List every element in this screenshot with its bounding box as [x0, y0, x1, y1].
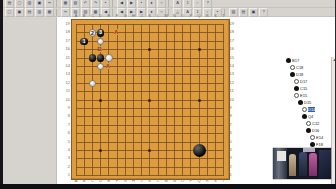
- photo-figure-2: [299, 152, 307, 176]
- black-stone-icon: [286, 58, 291, 63]
- stone-white-E15[interactable]: [105, 54, 113, 62]
- stone-black-C15[interactable]: [89, 54, 97, 62]
- coord-right-3: 3: [230, 156, 239, 160]
- coord-right-13: 13: [230, 72, 239, 76]
- coord-bottom-C: C: [90, 179, 95, 183]
- photo-overlay: [273, 148, 331, 179]
- grid-vline: [223, 24, 224, 176]
- black-stone-icon: [294, 86, 299, 91]
- toolbar-button-5[interactable]: ✂: [61, 8, 70, 17]
- toolbar-button-23[interactable]: ?: [259, 8, 268, 17]
- coord-bottom-A: A: [74, 179, 79, 183]
- coord-top-R: R: [205, 14, 210, 18]
- tree-node-label: E14: [316, 135, 323, 140]
- coord-left-10: 10: [61, 98, 70, 102]
- coord-right-1: 1: [230, 173, 239, 177]
- grid-vline: [158, 24, 159, 176]
- tree-node-label: E15: [300, 93, 307, 98]
- stone-black-D18[interactable]: 3: [97, 29, 105, 37]
- toolbar-separator: [56, 9, 59, 16]
- coord-right-19: 19: [230, 22, 239, 26]
- coord-top-E: E: [106, 14, 111, 18]
- black-stone-icon: [298, 100, 303, 105]
- coord-bottom-F: F: [115, 179, 120, 183]
- coord-top-S: S: [213, 14, 218, 18]
- grid-hline: [76, 116, 225, 117]
- tree-node-C12[interactable]: C12: [284, 120, 336, 127]
- tree-node-D14[interactable]: D14: [284, 106, 336, 113]
- coord-top-D: D: [98, 14, 103, 18]
- tree-node-C18[interactable]: C18: [284, 64, 336, 71]
- coord-bottom-G: G: [123, 179, 128, 183]
- tree-node-B17[interactable]: B17: [284, 57, 336, 64]
- photo-light-patch: [277, 151, 286, 161]
- coord-bottom-P: P: [188, 179, 193, 183]
- coord-left-14: 14: [61, 64, 70, 68]
- coord-bottom-O: O: [180, 179, 185, 183]
- tree-node-E14[interactable]: E14: [284, 134, 336, 141]
- toolbar-button-2[interactable]: ▤: [25, 8, 34, 17]
- comment-box[interactable]: [284, 17, 336, 58]
- toolbar-separator: [56, 0, 59, 7]
- coord-right-12: 12: [230, 81, 239, 85]
- coord-top-G: G: [123, 14, 128, 18]
- toolbar-button-1[interactable]: ▣: [15, 8, 24, 17]
- stone-black-Q4[interactable]: [193, 144, 206, 157]
- go-editor-window: ▤▢▥▣✂▦▧↶↷▪◀▶▪●○A1▫? ▢▣▤▥▦✂▧▨▩◀◀▶▶●○◬A1▫▪…: [0, 0, 336, 189]
- coord-bottom-D: D: [98, 179, 103, 183]
- black-stone-icon: [302, 114, 307, 119]
- coord-right-9: 9: [230, 106, 239, 110]
- black-stone-icon: [290, 72, 295, 77]
- star-point: [198, 99, 201, 102]
- coord-right-17: 17: [230, 39, 239, 43]
- tree-node-label: D15: [304, 100, 311, 105]
- coord-top-M: M: [164, 14, 169, 18]
- toolbar-button-0[interactable]: ▢: [5, 8, 14, 17]
- coord-bottom-K: K: [147, 179, 152, 183]
- grid-vline: [190, 24, 191, 176]
- coord-top-H: H: [131, 14, 136, 18]
- coord-left-2: 2: [61, 165, 70, 169]
- stone-white-C18[interactable]: 2: [89, 29, 97, 37]
- tree-node-C15[interactable]: C15: [284, 85, 336, 92]
- coord-left-4: 4: [61, 148, 70, 152]
- tree-node-label: Q4: [308, 114, 313, 119]
- coord-right-10: 10: [230, 98, 239, 102]
- tree-node-label: D18: [296, 72, 303, 77]
- grid-hline: [76, 108, 225, 109]
- coord-left-17: 17: [61, 39, 70, 43]
- coord-left-6: 6: [61, 131, 70, 135]
- toolbar-row-2: ▢▣▤▥▦✂▧▨▩◀◀▶▶●○◬A1▫▪▧▤▣?: [3, 8, 336, 17]
- coord-right-11: 11: [230, 89, 239, 93]
- coord-right-7: 7: [230, 123, 239, 127]
- tree-node-label: D14: [308, 107, 315, 112]
- black-stone-icon: [306, 128, 311, 133]
- coord-top-P: P: [188, 14, 193, 18]
- photo-right-shadow: [319, 150, 331, 179]
- tree-node-D18[interactable]: D18: [284, 71, 336, 78]
- black-stone-icon: [310, 142, 315, 147]
- toolbar-button-21[interactable]: ▤: [239, 8, 248, 17]
- grid-vline: [215, 24, 216, 176]
- tree-node-D17[interactable]: D17: [284, 78, 336, 85]
- photo-caption-strip: [303, 148, 315, 152]
- coord-top-F: F: [115, 14, 120, 18]
- coord-bottom-J: J: [139, 179, 144, 183]
- white-stone-icon: [302, 107, 307, 112]
- coord-right-2: 2: [230, 165, 239, 169]
- coord-left-16: 16: [61, 47, 70, 51]
- coord-top-N: N: [172, 14, 177, 18]
- grid-vline: [174, 24, 175, 176]
- tree-node-E15[interactable]: E15: [284, 92, 336, 99]
- toolbar-button-3[interactable]: ▥: [35, 8, 44, 17]
- grid-hline: [76, 133, 225, 134]
- coord-right-6: 6: [230, 131, 239, 135]
- coord-left-12: 12: [61, 81, 70, 85]
- coord-bottom-R: R: [205, 179, 210, 183]
- coord-bottom-M: M: [164, 179, 169, 183]
- star-point: [148, 99, 151, 102]
- photo-figure-1: [289, 154, 296, 176]
- tree-node-Q4[interactable]: Q4: [284, 113, 336, 120]
- grid-vline: [166, 24, 167, 176]
- star-point: [99, 99, 102, 102]
- white-stone-icon: [306, 121, 311, 126]
- coord-top-A: A: [74, 14, 79, 18]
- grid-vline: [182, 24, 183, 176]
- coord-bottom-B: B: [82, 179, 87, 183]
- coord-left-1: 1: [61, 173, 70, 177]
- coord-left-5: 5: [61, 140, 70, 144]
- coord-left-13: 13: [61, 72, 70, 76]
- tree-node-label: C18: [296, 65, 303, 70]
- tree-node-label: D17: [300, 79, 307, 84]
- coord-right-14: 14: [230, 64, 239, 68]
- white-stone-icon: [310, 135, 315, 140]
- frame-edge-left: [0, 0, 3, 189]
- coord-top-L: L: [156, 14, 161, 18]
- coord-top-K: K: [147, 14, 152, 18]
- grid-hline: [76, 167, 225, 168]
- toolbar-separator: [112, 0, 115, 7]
- tree-node-label: D16: [312, 128, 319, 133]
- tree-node-D15[interactable]: D15: [284, 99, 336, 106]
- grid-hline: [76, 158, 225, 159]
- white-stone-icon: [294, 93, 299, 98]
- coord-bottom-L: L: [156, 179, 161, 183]
- coord-right-15: 15: [230, 56, 239, 60]
- coord-left-8: 8: [61, 114, 70, 118]
- photo-figure-3: [309, 153, 317, 176]
- coord-left-19: 19: [61, 22, 70, 26]
- coord-bottom-N: N: [172, 179, 177, 183]
- coord-left-7: 7: [61, 123, 70, 127]
- coord-top-Q: Q: [197, 14, 202, 18]
- white-stone-icon: [290, 65, 295, 70]
- tree-node-label: B17: [292, 58, 299, 63]
- coord-top-C: C: [90, 14, 95, 18]
- coord-right-4: 4: [230, 148, 239, 152]
- tree-node-label: C12: [312, 121, 319, 126]
- stone-black-B17[interactable]: 1: [80, 38, 88, 46]
- coord-top-B: B: [82, 14, 87, 18]
- coord-left-18: 18: [61, 30, 70, 34]
- coord-left-11: 11: [61, 89, 70, 93]
- coord-bottom-S: S: [213, 179, 218, 183]
- toolbar-button-22[interactable]: ▣: [249, 8, 258, 17]
- toolbar-separator: [168, 0, 171, 7]
- coord-left-3: 3: [61, 156, 70, 160]
- coord-right-16: 16: [230, 47, 239, 51]
- coord-top-T: T: [221, 14, 226, 18]
- frame-edge-bottom: [0, 184, 336, 189]
- coord-right-5: 5: [230, 140, 239, 144]
- grid-hline: [76, 142, 225, 143]
- grid-hline: [76, 125, 225, 126]
- coord-right-18: 18: [230, 30, 239, 34]
- tree-node-label: C15: [300, 86, 307, 91]
- coord-top-O: O: [180, 14, 185, 18]
- toolbar-button-4[interactable]: ▦: [45, 8, 54, 17]
- coord-bottom-H: H: [131, 179, 136, 183]
- board-mark-B-D16[interactable]: B: [98, 46, 102, 52]
- coord-right-8: 8: [230, 114, 239, 118]
- tree-node-D16[interactable]: D16: [284, 127, 336, 134]
- tree-node-F18[interactable]: F18: [284, 141, 336, 148]
- coord-left-9: 9: [61, 106, 70, 110]
- toolbar-button-20[interactable]: ▧: [229, 8, 238, 17]
- grid-vline: [207, 24, 208, 176]
- coord-top-J: J: [139, 14, 144, 18]
- tree-node-label: F18: [316, 142, 323, 147]
- coord-left-15: 15: [61, 56, 70, 60]
- coord-bottom-E: E: [106, 179, 111, 183]
- board-mark-A-E14[interactable]: A: [106, 63, 110, 69]
- coord-bottom-T: T: [221, 179, 226, 183]
- coord-bottom-Q: Q: [197, 179, 202, 183]
- star-point: [198, 48, 201, 51]
- board-mark-A-F18[interactable]: A: [114, 29, 118, 35]
- grid-hline: [76, 175, 225, 176]
- white-stone-icon: [294, 79, 299, 84]
